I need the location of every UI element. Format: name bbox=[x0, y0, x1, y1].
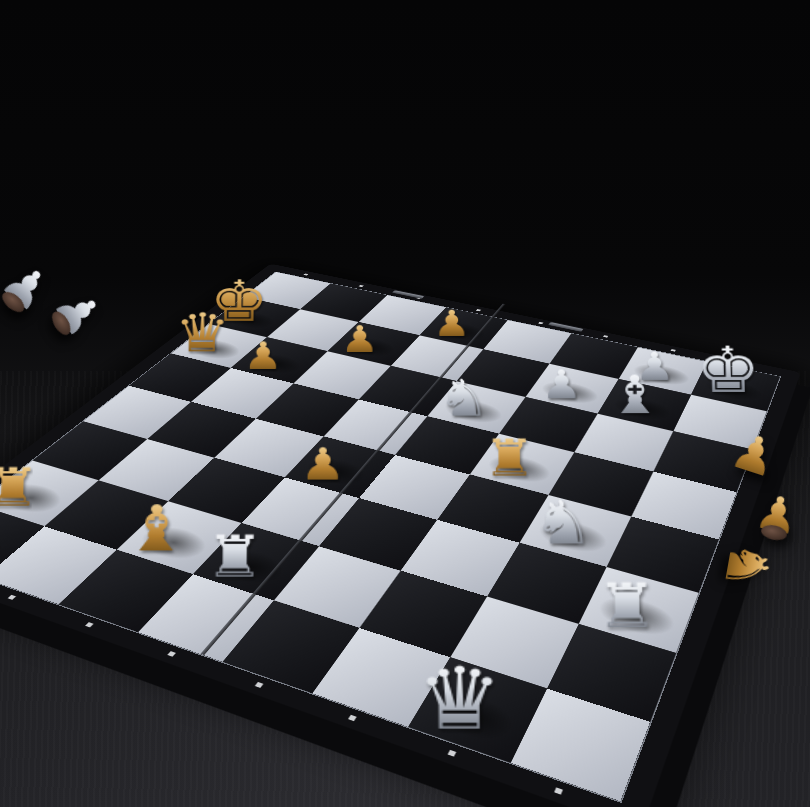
gold-pawn-d8[interactable]: ♟ bbox=[433, 305, 470, 341]
gold-rook-a2[interactable]: ♜ bbox=[0, 461, 40, 514]
silver-king-h8[interactable]: ♚ bbox=[695, 339, 762, 402]
fallen-gold-knight-3[interactable]: ♞ bbox=[715, 536, 779, 595]
gold-bishop-c2[interactable]: ♝ bbox=[124, 497, 190, 560]
silver-rook-h3[interactable]: ♜ bbox=[595, 575, 658, 636]
chess-set-photo-scene: ♟♟♚♚♟♟♝♛♟♞♜♟♞♜♜♝♜♟♛ ♟♟♟♟♞ bbox=[0, 0, 810, 807]
gold-rook-f5[interactable]: ♜ bbox=[483, 432, 536, 483]
silver-rook-d2[interactable]: ♜ bbox=[205, 528, 264, 586]
fallen-silver-pawn-2[interactable]: ♟ bbox=[45, 281, 111, 346]
gold-pawn-b6[interactable]: ♟ bbox=[243, 337, 283, 375]
silver-queen-g1[interactable]: ♛ bbox=[416, 656, 503, 742]
gold-pawn-c7[interactable]: ♟ bbox=[341, 321, 379, 358]
silver-bishop-g7[interactable]: ♝ bbox=[607, 368, 662, 421]
silver-knight-e6[interactable]: ♞ bbox=[437, 373, 490, 424]
gold-queen-a6[interactable]: ♛ bbox=[174, 306, 230, 360]
silver-pawn-f7[interactable]: ♟ bbox=[541, 365, 582, 405]
silver-knight-g4[interactable]: ♞ bbox=[532, 493, 594, 553]
gold-pawn-d4[interactable]: ♟ bbox=[300, 442, 346, 486]
